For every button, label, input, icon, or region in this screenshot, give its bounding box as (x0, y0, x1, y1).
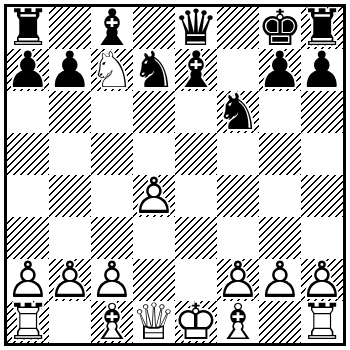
white-pawn-piece[interactable]: ♟♙ (133, 175, 175, 217)
black-pawn-piece[interactable]: ♟ (301, 49, 343, 91)
square-d6[interactable] (133, 91, 175, 133)
square-f2[interactable]: ♟♙ (217, 259, 259, 301)
square-e3[interactable] (175, 217, 217, 259)
white-bishop-piece[interactable]: ♝♗ (217, 301, 259, 343)
square-f5[interactable] (217, 133, 259, 175)
white-pawn-outline: ♙ (301, 259, 343, 301)
square-f3[interactable] (217, 217, 259, 259)
square-e6[interactable] (175, 91, 217, 133)
square-g1[interactable] (259, 301, 301, 343)
white-knight-piece[interactable]: ♞♘ (91, 49, 133, 91)
square-c7[interactable]: ♞♘ (91, 49, 133, 91)
square-g6[interactable] (259, 91, 301, 133)
square-a8[interactable]: ♜ (7, 7, 49, 49)
black-knight-piece[interactable]: ♞ (217, 91, 259, 133)
square-d4[interactable]: ♟♙ (133, 175, 175, 217)
square-c2[interactable]: ♟♙ (91, 259, 133, 301)
white-pawn-piece[interactable]: ♟♙ (259, 259, 301, 301)
square-d2[interactable] (133, 259, 175, 301)
square-d8[interactable] (133, 7, 175, 49)
square-e8[interactable]: ♛ (175, 7, 217, 49)
square-a4[interactable] (7, 175, 49, 217)
white-bishop-outline: ♗ (91, 301, 133, 343)
black-knight-piece[interactable]: ♞ (133, 49, 175, 91)
white-pawn-outline: ♙ (259, 259, 301, 301)
square-b2[interactable]: ♟♙ (49, 259, 91, 301)
square-a2[interactable]: ♟♙ (7, 259, 49, 301)
square-e7[interactable]: ♝ (175, 49, 217, 91)
square-g4[interactable] (259, 175, 301, 217)
chess-diagram: ♜♝♛♚♜♟♟♞♘♞♝♟♟♞♟♙♟♙♟♙♟♙♟♙♟♙♟♙♜♖♝♗♛♕♚♔♝♗♜♖ (0, 0, 350, 350)
white-pawn-outline: ♙ (217, 259, 259, 301)
square-b6[interactable] (49, 91, 91, 133)
square-h2[interactable]: ♟♙ (301, 259, 343, 301)
white-pawn-outline: ♙ (133, 175, 175, 217)
square-h4[interactable] (301, 175, 343, 217)
board-frame: ♜♝♛♚♜♟♟♞♘♞♝♟♟♞♟♙♟♙♟♙♟♙♟♙♟♙♟♙♜♖♝♗♛♕♚♔♝♗♜♖ (4, 4, 346, 346)
square-e5[interactable] (175, 133, 217, 175)
white-pawn-piece[interactable]: ♟♙ (217, 259, 259, 301)
square-d7[interactable]: ♞ (133, 49, 175, 91)
white-pawn-outline: ♙ (49, 259, 91, 301)
black-bishop-piece[interactable]: ♝ (91, 7, 133, 49)
white-knight-outline: ♘ (91, 49, 133, 91)
black-rook-piece[interactable]: ♜ (301, 7, 343, 49)
square-f7[interactable] (217, 49, 259, 91)
square-d5[interactable] (133, 133, 175, 175)
white-rook-piece[interactable]: ♜♖ (301, 301, 343, 343)
white-bishop-outline: ♗ (217, 301, 259, 343)
square-h7[interactable]: ♟ (301, 49, 343, 91)
square-d1[interactable]: ♛♕ (133, 301, 175, 343)
white-pawn-outline: ♙ (7, 259, 49, 301)
square-a7[interactable]: ♟ (7, 49, 49, 91)
square-h3[interactable] (301, 217, 343, 259)
square-b7[interactable]: ♟ (49, 49, 91, 91)
square-c8[interactable]: ♝ (91, 7, 133, 49)
black-rook-piece[interactable]: ♜ (7, 7, 49, 49)
black-bishop-piece[interactable]: ♝ (175, 49, 217, 91)
square-h6[interactable] (301, 91, 343, 133)
square-b3[interactable] (49, 217, 91, 259)
square-f1[interactable]: ♝♗ (217, 301, 259, 343)
square-g7[interactable]: ♟ (259, 49, 301, 91)
white-pawn-piece[interactable]: ♟♙ (91, 259, 133, 301)
square-a1[interactable]: ♜♖ (7, 301, 49, 343)
white-pawn-piece[interactable]: ♟♙ (49, 259, 91, 301)
square-e2[interactable] (175, 259, 217, 301)
black-queen-piece[interactable]: ♛ (175, 7, 217, 49)
square-g8[interactable]: ♚ (259, 7, 301, 49)
white-pawn-piece[interactable]: ♟♙ (7, 259, 49, 301)
square-b1[interactable] (49, 301, 91, 343)
square-h8[interactable]: ♜ (301, 7, 343, 49)
square-f8[interactable] (217, 7, 259, 49)
white-pawn-outline: ♙ (91, 259, 133, 301)
white-queen-outline: ♕ (133, 301, 175, 343)
white-bishop-piece[interactable]: ♝♗ (91, 301, 133, 343)
square-a5[interactable] (7, 133, 49, 175)
square-b5[interactable] (49, 133, 91, 175)
white-rook-piece[interactable]: ♜♖ (7, 301, 49, 343)
white-rook-outline: ♖ (301, 301, 343, 343)
chess-board: ♜♝♛♚♜♟♟♞♘♞♝♟♟♞♟♙♟♙♟♙♟♙♟♙♟♙♟♙♜♖♝♗♛♕♚♔♝♗♜♖ (7, 7, 343, 343)
square-h5[interactable] (301, 133, 343, 175)
white-queen-piece[interactable]: ♛♕ (133, 301, 175, 343)
square-c1[interactable]: ♝♗ (91, 301, 133, 343)
square-b8[interactable] (49, 7, 91, 49)
square-e4[interactable] (175, 175, 217, 217)
square-g3[interactable] (259, 217, 301, 259)
square-f4[interactable] (217, 175, 259, 217)
black-pawn-piece[interactable]: ♟ (259, 49, 301, 91)
black-pawn-piece[interactable]: ♟ (7, 49, 49, 91)
square-c3[interactable] (91, 217, 133, 259)
black-pawn-piece[interactable]: ♟ (49, 49, 91, 91)
square-e1[interactable]: ♚♔ (175, 301, 217, 343)
white-pawn-piece[interactable]: ♟♙ (301, 259, 343, 301)
square-c5[interactable] (91, 133, 133, 175)
black-king-piece[interactable]: ♚ (259, 7, 301, 49)
white-king-outline: ♔ (175, 301, 217, 343)
square-c4[interactable] (91, 175, 133, 217)
square-d3[interactable] (133, 217, 175, 259)
square-a6[interactable] (7, 91, 49, 133)
square-a3[interactable] (7, 217, 49, 259)
square-c6[interactable] (91, 91, 133, 133)
square-f6[interactable]: ♞ (217, 91, 259, 133)
white-king-piece[interactable]: ♚♔ (175, 301, 217, 343)
square-g2[interactable]: ♟♙ (259, 259, 301, 301)
white-rook-outline: ♖ (7, 301, 49, 343)
square-b4[interactable] (49, 175, 91, 217)
square-h1[interactable]: ♜♖ (301, 301, 343, 343)
square-g5[interactable] (259, 133, 301, 175)
